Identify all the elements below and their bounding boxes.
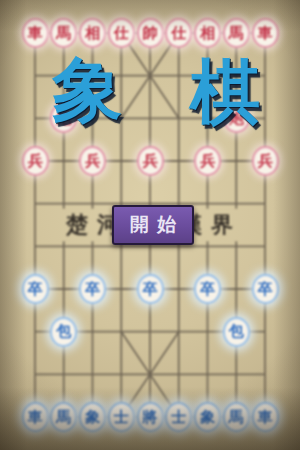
xiangqi-piece-red: 帥 (137, 18, 164, 48)
xiangqi-piece-blue: 卒 (137, 274, 164, 304)
piece-glyph: 馬 (229, 410, 244, 425)
xiangqi-piece-red: 兵 (194, 146, 221, 176)
piece-glyph: 包 (229, 324, 244, 339)
title-char-xiang: 象 (52, 56, 122, 126)
xiangqi-piece-blue: 包 (50, 317, 77, 347)
piece-glyph: 卒 (200, 282, 215, 297)
xiangqi-piece-blue: 車 (22, 402, 49, 432)
piece-glyph: 車 (258, 26, 273, 41)
piece-glyph: 仕 (114, 26, 129, 41)
piece-glyph: 卒 (258, 282, 273, 297)
xiangqi-piece-red: 兵 (137, 146, 164, 176)
xiangqi-piece-red: 相 (194, 18, 221, 48)
piece-glyph: 象 (200, 410, 215, 425)
piece-glyph: 卒 (85, 282, 100, 297)
piece-glyph: 馬 (56, 26, 71, 41)
piece-glyph: 仕 (171, 26, 186, 41)
xiangqi-piece-red: 兵 (22, 146, 49, 176)
piece-glyph: 兵 (143, 154, 158, 169)
piece-glyph: 包 (56, 324, 71, 339)
piece-glyph: 兵 (85, 154, 100, 169)
xiangqi-piece-red: 兵 (79, 146, 106, 176)
xiangqi-piece-red: 兵 (252, 146, 279, 176)
piece-glyph: 士 (114, 410, 129, 425)
xiangqi-piece-blue: 卒 (22, 274, 49, 304)
xiangqi-piece-red: 車 (252, 18, 279, 48)
xiangqi-piece-red: 車 (22, 18, 49, 48)
piece-glyph: 兵 (200, 154, 215, 169)
xiangqi-piece-red: 仕 (108, 18, 135, 48)
xiangqi-piece-blue: 卒 (194, 274, 221, 304)
piece-glyph: 相 (200, 26, 215, 41)
piece-glyph: 卒 (143, 282, 158, 297)
xiangqi-piece-blue: 馬 (223, 402, 250, 432)
piece-glyph: 象 (85, 410, 100, 425)
xiangqi-piece-blue: 卒 (79, 274, 106, 304)
xiangqi-piece-blue: 將 (137, 402, 164, 432)
piece-glyph: 兵 (28, 154, 43, 169)
piece-glyph: 將 (143, 410, 158, 425)
xiangqi-piece-blue: 卒 (252, 274, 279, 304)
piece-glyph: 兵 (258, 154, 273, 169)
start-button[interactable]: 開始 (112, 205, 194, 245)
xiangqi-piece-blue: 車 (252, 402, 279, 432)
piece-glyph: 馬 (229, 26, 244, 41)
piece-glyph: 車 (28, 410, 43, 425)
xiangqi-piece-blue: 士 (108, 402, 135, 432)
xiangqi-piece-blue: 包 (223, 317, 250, 347)
piece-glyph: 車 (258, 410, 273, 425)
xiangqi-piece-red: 馬 (223, 18, 250, 48)
piece-glyph: 車 (28, 26, 43, 41)
xiangqi-piece-red: 相 (79, 18, 106, 48)
piece-glyph: 相 (85, 26, 100, 41)
piece-glyph: 馬 (56, 410, 71, 425)
piece-glyph: 帥 (143, 26, 158, 41)
xiangqi-piece-blue: 象 (79, 402, 106, 432)
piece-glyph: 士 (171, 410, 186, 425)
piece-glyph: 卒 (28, 282, 43, 297)
title-char-qi: 棋 (190, 58, 260, 128)
xiangqi-app: 楚河 漢界 車馬相仕帥仕相馬車炮炮兵兵兵兵兵卒卒卒卒卒包包車馬象士將士象馬車 象… (0, 0, 300, 450)
xiangqi-piece-blue: 象 (194, 402, 221, 432)
